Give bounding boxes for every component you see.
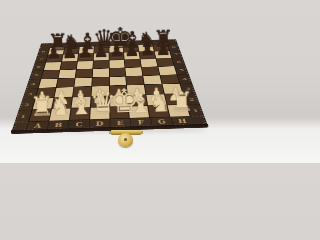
square-f7[interactable]: ♟	[124, 52, 140, 59]
square-c5[interactable]	[75, 69, 92, 78]
rank-labels-right: 87654321	[168, 43, 205, 116]
square-e3[interactable]	[110, 86, 128, 96]
square-b7[interactable]: ♟	[62, 54, 78, 62]
square-a5[interactable]	[41, 70, 59, 79]
square-a3[interactable]	[36, 88, 56, 98]
square-f3[interactable]	[127, 85, 145, 95]
black-knight-b8: ♞	[62, 34, 79, 53]
chess-board: 87654321 87654321 ABCDEFGH ♜♞♝♛♚♝♞♜♟♟♟♟♟…	[12, 39, 208, 131]
square-c7[interactable]: ♟	[78, 53, 93, 61]
rank-label-5: 5	[175, 65, 189, 74]
black-rook-h8: ♜	[153, 28, 170, 49]
square-g3[interactable]	[145, 84, 164, 94]
black-knight-g8: ♞	[138, 31, 155, 50]
square-e4[interactable]	[109, 76, 126, 85]
black-bishop-f8: ♝	[122, 30, 139, 51]
square-g8[interactable]: ♞	[138, 45, 154, 52]
board-shadow	[12, 127, 206, 132]
square-c3[interactable]	[73, 87, 91, 97]
square-b4[interactable]	[56, 78, 74, 87]
frame-notch-border	[14, 116, 204, 124]
square-d7[interactable]: ♟	[93, 53, 108, 61]
frame-notch-border	[41, 39, 176, 44]
square-b5[interactable]	[58, 69, 75, 78]
square-c6[interactable]	[77, 61, 93, 69]
square-d2[interactable]: ♟	[91, 96, 109, 107]
square-b6[interactable]	[60, 61, 77, 69]
rank-label-2: 2	[183, 93, 199, 104]
white-king-e1: ♚	[109, 86, 129, 116]
black-rook-a8: ♜	[47, 32, 64, 53]
black-pawn-e7: ♟	[108, 42, 126, 58]
square-h8[interactable]: ♜	[153, 44, 169, 51]
rank-labels-left: 87654321	[15, 48, 50, 123]
rank-label-3: 3	[180, 83, 196, 93]
black-pawn-g7: ♟	[139, 41, 157, 57]
square-b8[interactable]: ♞	[64, 47, 79, 54]
square-a2[interactable]: ♟	[33, 98, 54, 109]
black-pawn-b7: ♟	[61, 44, 79, 60]
white-bishop-c1: ♝	[69, 94, 89, 118]
rank-label-5: 5	[29, 70, 43, 79]
square-c4[interactable]	[74, 77, 91, 86]
square-d1[interactable]: ♛	[90, 107, 109, 119]
square-c8[interactable]: ♝	[79, 47, 94, 54]
black-pawn-c7: ♟	[76, 43, 94, 59]
square-h6[interactable]	[156, 58, 173, 66]
board-grid: ♜♞♝♛♚♝♞♜♟♟♟♟♟♟♟♟♟♟♟♟♟♟♟♟♜♞♝♛♚♝♞♜	[28, 44, 191, 122]
square-d5[interactable]	[92, 68, 108, 77]
white-knight-b1: ♞	[49, 96, 69, 118]
square-a7[interactable]: ♟	[46, 54, 63, 62]
square-h3[interactable]	[163, 84, 183, 94]
rank-label-2: 2	[19, 99, 35, 111]
white-pawn-d2: ♟	[90, 88, 109, 105]
square-e7[interactable]: ♟	[109, 52, 124, 60]
rank-label-3: 3	[23, 88, 38, 99]
chess-set-photo: 87654321 87654321 ABCDEFGH ♜♞♝♛♚♝♞♜♟♟♟♟♟…	[6, 31, 209, 132]
square-g1[interactable]: ♞	[148, 105, 169, 117]
square-d3[interactable]	[91, 86, 109, 96]
white-knight-g1: ♞	[149, 93, 169, 115]
square-g2[interactable]: ♟	[147, 94, 167, 105]
square-b2[interactable]: ♟	[52, 97, 72, 108]
square-a4[interactable]	[39, 79, 58, 88]
square-c1[interactable]: ♝	[70, 108, 90, 120]
white-bishop-f1: ♝	[129, 92, 149, 116]
rank-label-4: 4	[177, 74, 192, 84]
square-f5[interactable]	[126, 67, 143, 76]
square-h4[interactable]	[160, 75, 179, 84]
rank-label-1: 1	[187, 104, 204, 116]
rank-label-4: 4	[26, 79, 41, 89]
square-f6[interactable]	[125, 59, 141, 67]
square-d8[interactable]: ♛	[94, 46, 108, 53]
white-pawn-f2: ♟	[128, 87, 147, 104]
square-h1[interactable]: ♜	[168, 105, 190, 117]
rank-label-1: 1	[15, 110, 32, 123]
square-g4[interactable]	[143, 75, 161, 84]
square-h5[interactable]	[158, 66, 176, 75]
square-c2[interactable]: ♟	[71, 97, 90, 108]
square-a8[interactable]: ♜	[48, 48, 64, 55]
square-a6[interactable]	[44, 62, 61, 70]
square-d6[interactable]	[93, 60, 109, 68]
square-e1[interactable]: ♚	[110, 107, 129, 119]
white-pawn-e2: ♟	[109, 87, 128, 104]
square-f2[interactable]: ♟	[128, 95, 147, 106]
square-g6[interactable]	[141, 59, 158, 67]
rank-label-6: 6	[32, 62, 45, 70]
square-e2[interactable]: ♟	[110, 96, 128, 107]
clasp-keyhole-icon	[124, 138, 127, 141]
square-e5[interactable]	[109, 68, 125, 77]
square-h2[interactable]: ♟	[165, 94, 186, 105]
square-e6[interactable]	[109, 60, 125, 68]
square-a1[interactable]: ♜	[29, 109, 51, 121]
square-h7[interactable]: ♟	[155, 51, 172, 58]
square-g5[interactable]	[142, 67, 160, 76]
white-pawn-c2: ♟	[71, 89, 90, 106]
black-bishop-c8: ♝	[77, 32, 94, 53]
square-f8[interactable]: ♝	[124, 45, 139, 52]
black-pawn-f7: ♟	[123, 42, 141, 58]
white-pawn-g2: ♟	[147, 86, 166, 103]
square-d4[interactable]	[92, 77, 109, 86]
white-queen-d1: ♛	[89, 90, 109, 117]
brass-clasp-medallion-icon	[118, 133, 133, 147]
square-e8[interactable]: ♚	[109, 46, 124, 53]
square-f4[interactable]	[126, 76, 144, 85]
square-g7[interactable]: ♟	[139, 51, 155, 58]
square-f1[interactable]: ♝	[129, 106, 149, 118]
square-b3[interactable]	[54, 87, 73, 97]
white-pawn-b2: ♟	[52, 89, 71, 106]
black-pawn-d7: ♟	[92, 43, 110, 59]
square-b1[interactable]: ♞	[49, 109, 70, 121]
